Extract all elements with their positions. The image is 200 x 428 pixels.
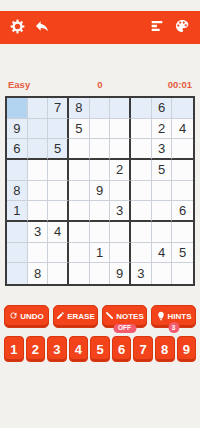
cell-r5c5[interactable]: 9 (90, 181, 111, 202)
cell-r6c9[interactable]: 6 (172, 201, 193, 222)
notes-label: NOTES (116, 312, 144, 321)
cell-r3c5[interactable] (90, 139, 111, 160)
timer: 00:01 (131, 79, 192, 90)
cell-r1c2[interactable] (28, 98, 49, 119)
cell-r7c9[interactable] (172, 222, 193, 243)
cell-r1c1[interactable] (7, 98, 28, 119)
back-button[interactable] (34, 18, 50, 37)
cell-r6c6[interactable]: 3 (110, 201, 131, 222)
cell-r1c8[interactable]: 6 (152, 98, 173, 119)
erase-button[interactable]: ERASE (53, 305, 98, 328)
app-background: { "game": "sudoku", "position": "0078000… (0, 0, 200, 428)
header-bar (0, 11, 200, 44)
cell-r1c6[interactable] (110, 98, 131, 119)
undo-label: UNDO (20, 312, 44, 321)
undo-button[interactable]: UNDO (4, 305, 49, 328)
cell-r7c5[interactable] (90, 222, 111, 243)
menu-sort-icon (149, 18, 165, 37)
cell-r5c9[interactable] (172, 181, 193, 202)
number-button-2[interactable]: 2 (26, 336, 46, 362)
cell-r5c6[interactable] (110, 181, 131, 202)
cell-r4c2[interactable] (28, 160, 49, 181)
cell-r5c4[interactable] (69, 181, 90, 202)
cell-r2c1[interactable]: 9 (7, 119, 28, 140)
number-pad: 123456789 (4, 336, 196, 362)
notes-off-badge: OFF (113, 324, 136, 334)
cell-r1c4[interactable]: 8 (69, 98, 90, 119)
cell-r7c4[interactable] (69, 222, 90, 243)
number-button-3[interactable]: 3 (47, 336, 67, 362)
cell-r2c2[interactable] (28, 119, 49, 140)
cell-r8c1[interactable] (7, 243, 28, 264)
cell-r2c4[interactable]: 5 (69, 119, 90, 140)
hints-label: HINTS (168, 312, 192, 321)
number-button-4[interactable]: 4 (69, 336, 89, 362)
menu-button[interactable] (149, 18, 165, 37)
sudoku-board: 7869524653258913634145893 (5, 96, 195, 286)
number-button-7[interactable]: 7 (133, 336, 153, 362)
cell-r6c7[interactable] (131, 201, 152, 222)
cell-r8c7[interactable] (131, 243, 152, 264)
hints-count-badge: 3 (168, 322, 179, 333)
cell-r5c7[interactable] (131, 181, 152, 202)
cell-r9c5[interactable] (90, 263, 111, 284)
cell-r3c3[interactable]: 5 (48, 139, 69, 160)
erase-icon (56, 311, 65, 322)
cell-r5c3[interactable] (48, 181, 69, 202)
cell-r1c5[interactable] (90, 98, 111, 119)
cell-r9c1[interactable] (7, 263, 28, 284)
difficulty-label: Easy (8, 79, 69, 90)
cell-r7c6[interactable] (110, 222, 131, 243)
cell-r2c5[interactable] (90, 119, 111, 140)
cell-r5c2[interactable] (28, 181, 49, 202)
cell-r9c6[interactable]: 9 (110, 263, 131, 284)
settings-button[interactable] (10, 19, 25, 37)
cell-r8c5[interactable]: 1 (90, 243, 111, 264)
cell-r2c9[interactable]: 4 (172, 119, 193, 140)
cell-r9c8[interactable] (152, 263, 173, 284)
number-button-5[interactable]: 5 (90, 336, 110, 362)
cell-r3c6[interactable] (110, 139, 131, 160)
cell-r9c9[interactable] (172, 263, 193, 284)
cell-r1c7[interactable] (131, 98, 152, 119)
cell-r9c2[interactable]: 8 (28, 263, 49, 284)
cell-r4c5[interactable] (90, 160, 111, 181)
cell-r4c6[interactable]: 2 (110, 160, 131, 181)
cell-r6c1[interactable]: 1 (7, 201, 28, 222)
cell-r7c8[interactable] (152, 222, 173, 243)
number-button-6[interactable]: 6 (112, 336, 132, 362)
cell-r4c9[interactable] (172, 160, 193, 181)
stats-bar: Easy 0 00:01 (0, 78, 200, 91)
cell-r2c6[interactable] (110, 119, 131, 140)
cell-r8c3[interactable] (48, 243, 69, 264)
number-button-9[interactable]: 9 (177, 336, 197, 362)
cell-r8c8[interactable]: 4 (152, 243, 173, 264)
cell-r7c1[interactable] (7, 222, 28, 243)
cell-r1c3[interactable]: 7 (48, 98, 69, 119)
theme-button[interactable] (174, 18, 190, 37)
number-button-1[interactable]: 1 (4, 336, 24, 362)
cell-r3c2[interactable] (28, 139, 49, 160)
cell-r6c4[interactable] (69, 201, 90, 222)
cell-r6c3[interactable] (48, 201, 69, 222)
notes-pen-icon (105, 311, 114, 322)
cell-r4c4[interactable] (69, 160, 90, 181)
cell-r9c4[interactable] (69, 263, 90, 284)
cell-r4c3[interactable] (48, 160, 69, 181)
cell-r6c5[interactable] (90, 201, 111, 222)
cell-r8c6[interactable] (110, 243, 131, 264)
undo-icon (9, 311, 18, 322)
mistakes-counter: 0 (69, 79, 130, 90)
cell-r8c2[interactable] (28, 243, 49, 264)
cell-r3c1[interactable]: 6 (7, 139, 28, 160)
cell-r4c1[interactable] (7, 160, 28, 181)
cell-r4c8[interactable]: 5 (152, 160, 173, 181)
number-button-8[interactable]: 8 (155, 336, 175, 362)
cell-r3c8[interactable]: 3 (152, 139, 173, 160)
cell-r8c9[interactable]: 5 (172, 243, 193, 264)
cell-r2c3[interactable] (48, 119, 69, 140)
cell-r7c7[interactable] (131, 222, 152, 243)
gear-icon (10, 19, 25, 37)
erase-label: ERASE (67, 312, 95, 321)
cell-r5c1[interactable]: 8 (7, 181, 28, 202)
hints-bulb-icon (156, 311, 166, 323)
cell-r9c7[interactable]: 3 (131, 263, 152, 284)
cell-r8c4[interactable] (69, 243, 90, 264)
palette-icon (174, 18, 190, 37)
cell-r6c8[interactable] (152, 201, 173, 222)
cell-r4c7[interactable] (131, 160, 152, 181)
cell-r3c7[interactable] (131, 139, 152, 160)
hints-button[interactable]: HINTS 3 (151, 305, 196, 328)
cell-r7c3[interactable]: 4 (48, 222, 69, 243)
cell-r1c9[interactable] (172, 98, 193, 119)
notes-button[interactable]: NOTES OFF (102, 305, 147, 328)
cell-r5c8[interactable] (152, 181, 173, 202)
cell-r7c2[interactable]: 3 (28, 222, 49, 243)
cell-r2c8[interactable]: 2 (152, 119, 173, 140)
cell-r3c4[interactable] (69, 139, 90, 160)
cell-r2c7[interactable] (131, 119, 152, 140)
controls-bar: UNDO ERASE NOTES OFF HINTS 3 (4, 305, 196, 328)
cell-r9c3[interactable] (48, 263, 69, 284)
back-arrow-icon (34, 18, 50, 37)
cell-r6c2[interactable] (28, 201, 49, 222)
cell-r3c9[interactable] (172, 139, 193, 160)
